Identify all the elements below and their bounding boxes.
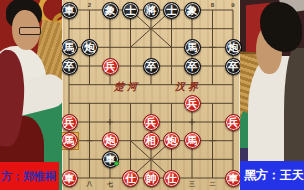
piece-red-cannon: 炮 [102, 132, 119, 149]
red-player-banner: 方：郑惟桐 [0, 162, 59, 190]
file-number-bottom-3: 七 [107, 181, 113, 187]
piece-black-horse: 馬 [61, 39, 78, 56]
piece-red-elephant: 相 [143, 132, 160, 149]
piece-red-soldier: 兵 [225, 114, 242, 131]
piece-black-cannon: 炮 [81, 39, 98, 56]
piece-black-soldier: 卒 [143, 58, 160, 75]
piece-red-horse: 馬 [61, 132, 78, 149]
piece-black-rook: 車 [61, 2, 78, 19]
piece-black-cannon: 炮 [225, 39, 242, 56]
piece-red-advisor: 仕 [163, 170, 180, 187]
left-player-glasses [19, 27, 41, 35]
piece-black-advisor: 士 [122, 2, 139, 19]
piece-black-soldier: 卒 [61, 58, 78, 75]
file-number-bottom-8: 二 [210, 181, 216, 187]
piece-red-advisor: 仕 [122, 170, 139, 187]
piece-red-soldier: 兵 [184, 95, 201, 112]
piece-black-horse: 馬 [184, 39, 201, 56]
file-number-bottom-2: 八 [87, 181, 93, 187]
piece-black-elephant: 象 [102, 2, 119, 19]
piece-red-soldier: 兵 [143, 114, 160, 131]
river-label-han-jie: 汉界 [166, 81, 210, 93]
piece-red-rook: 車 [225, 170, 242, 187]
file-number-bottom-7: 三 [189, 181, 195, 187]
river-label-chu-he: 楚河 [105, 81, 149, 93]
piece-red-horse: 馬 [184, 132, 201, 149]
file-number-top-8: 8 [211, 2, 214, 8]
black-player-name: 黑方：王天 [244, 168, 304, 182]
board-grid-lines [63, 0, 241, 190]
piece-red-rook: 車 [61, 170, 78, 187]
broadcast-frame: 楚河 汉界 123456789 九八七六五四三二一 車象士將士象馬炮馬炮卒兵卒卒… [0, 0, 304, 190]
piece-black-soldier: 卒 [184, 58, 201, 75]
piece-red-soldier: 兵 [102, 58, 119, 75]
black-player-banner: 黑方：王天 [240, 161, 304, 190]
xiangqi-board: 楚河 汉界 123456789 九八七六五四三二一 車象士將士象馬炮馬炮卒兵卒卒… [62, 0, 240, 190]
piece-red-soldier: 兵 [61, 114, 78, 131]
file-number-top-9: 9 [231, 2, 234, 8]
piece-black-general: 將 [143, 2, 160, 19]
red-player-name: 方：郑惟桐 [1, 170, 56, 182]
piece-red-general: 帥 [143, 170, 160, 187]
file-number-top-2: 2 [88, 2, 91, 8]
piece-black-advisor: 士 [163, 2, 180, 19]
piece-black-soldier: 卒 [225, 58, 242, 75]
piece-black-elephant: 象 [184, 2, 201, 19]
